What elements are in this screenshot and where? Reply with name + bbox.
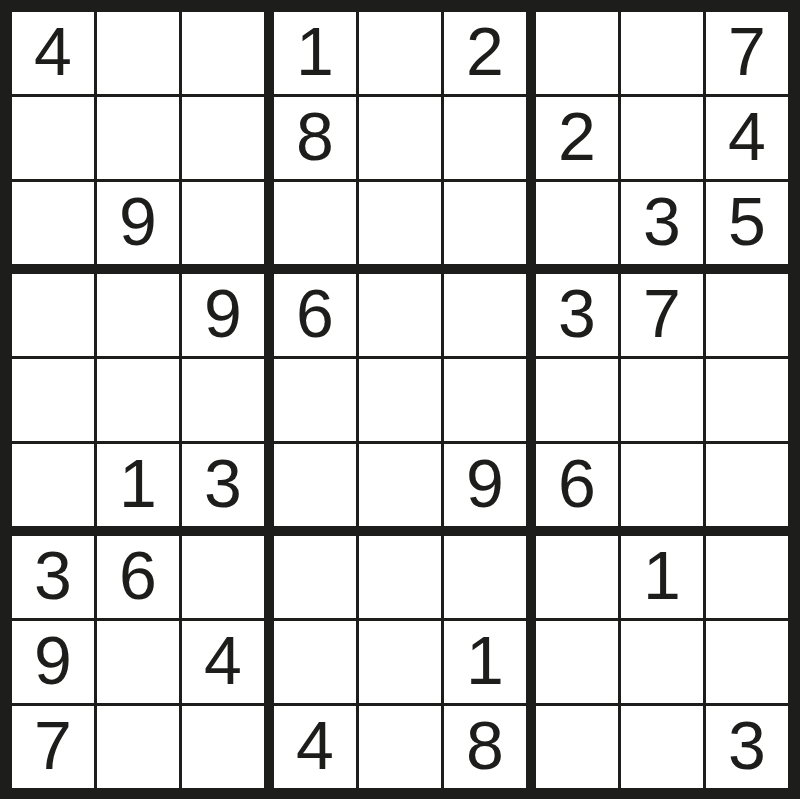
- sudoku-cell-r2c6[interactable]: [444, 97, 526, 179]
- given-digit: 7: [643, 279, 681, 347]
- sudoku-cell-r3c2[interactable]: 9: [97, 182, 179, 264]
- sudoku-cell-r6c8[interactable]: [621, 444, 703, 526]
- given-digit: 1: [119, 449, 157, 517]
- given-digit: 7: [728, 17, 766, 85]
- sudoku-cell-r7c4[interactable]: [274, 536, 356, 618]
- sudoku-cell-r2c1[interactable]: [12, 97, 94, 179]
- sudoku-cell-r5c2[interactable]: [97, 359, 179, 441]
- sudoku-cell-r9c3[interactable]: [182, 706, 264, 788]
- given-digit: 3: [34, 541, 72, 609]
- sudoku-cell-r9c9[interactable]: 3: [706, 706, 788, 788]
- given-digit: 4: [296, 711, 334, 779]
- given-digit: 2: [558, 102, 596, 170]
- sudoku-cell-r6c2[interactable]: 1: [97, 444, 179, 526]
- sudoku-cell-r4c3[interactable]: 9: [182, 274, 264, 356]
- sudoku-block-2-1: 913: [12, 274, 264, 526]
- sudoku-cell-r1c6[interactable]: 2: [444, 12, 526, 94]
- sudoku-cell-r2c2[interactable]: [97, 97, 179, 179]
- sudoku-cell-r5c7[interactable]: [536, 359, 618, 441]
- sudoku-cell-r2c5[interactable]: [359, 97, 441, 179]
- given-digit: 4: [34, 17, 72, 85]
- sudoku-block-1-3: 72435: [536, 12, 788, 264]
- sudoku-cell-r8c3[interactable]: 4: [182, 621, 264, 703]
- sudoku-cell-r4c7[interactable]: 3: [536, 274, 618, 356]
- sudoku-cell-r4c5[interactable]: [359, 274, 441, 356]
- given-digit: 9: [34, 626, 72, 694]
- sudoku-block-3-3: 13: [536, 536, 788, 788]
- sudoku-cell-r9c8[interactable]: [621, 706, 703, 788]
- given-digit: 1: [643, 541, 681, 609]
- given-digit: 3: [204, 449, 242, 517]
- sudoku-cell-r2c3[interactable]: [182, 97, 264, 179]
- given-digit: 8: [296, 102, 334, 170]
- sudoku-cell-r8c7[interactable]: [536, 621, 618, 703]
- sudoku-cell-r4c4[interactable]: 6: [274, 274, 356, 356]
- sudoku-cell-r9c2[interactable]: [97, 706, 179, 788]
- sudoku-cell-r3c9[interactable]: 5: [706, 182, 788, 264]
- sudoku-cell-r5c3[interactable]: [182, 359, 264, 441]
- sudoku-block-2-3: 376: [536, 274, 788, 526]
- sudoku-cell-r8c2[interactable]: [97, 621, 179, 703]
- sudoku-cell-r2c7[interactable]: 2: [536, 97, 618, 179]
- sudoku-cell-r2c4[interactable]: 8: [274, 97, 356, 179]
- sudoku-cell-r6c7[interactable]: 6: [536, 444, 618, 526]
- sudoku-cell-r6c3[interactable]: 3: [182, 444, 264, 526]
- given-digit: 9: [466, 449, 504, 517]
- given-digit: 3: [643, 187, 681, 255]
- sudoku-cell-r5c6[interactable]: [444, 359, 526, 441]
- given-digit: 6: [296, 279, 334, 347]
- sudoku-cell-r9c7[interactable]: [536, 706, 618, 788]
- sudoku-cell-r3c3[interactable]: [182, 182, 264, 264]
- sudoku-cell-r8c9[interactable]: [706, 621, 788, 703]
- sudoku-cell-r4c9[interactable]: [706, 274, 788, 356]
- sudoku-cell-r7c3[interactable]: [182, 536, 264, 618]
- given-digit: 8: [466, 711, 504, 779]
- sudoku-cell-r3c7[interactable]: [536, 182, 618, 264]
- sudoku-cell-r6c9[interactable]: [706, 444, 788, 526]
- sudoku-cell-r9c6[interactable]: 8: [444, 706, 526, 788]
- given-digit: 4: [204, 626, 242, 694]
- sudoku-block-3-1: 36947: [12, 536, 264, 788]
- sudoku-cell-r3c6[interactable]: [444, 182, 526, 264]
- given-digit: 3: [728, 711, 766, 779]
- sudoku-cell-r2c8[interactable]: [621, 97, 703, 179]
- sudoku-cell-r1c8[interactable]: [621, 12, 703, 94]
- given-digit: 9: [119, 187, 157, 255]
- sudoku-cell-r5c5[interactable]: [359, 359, 441, 441]
- given-digit: 1: [296, 17, 334, 85]
- given-digit: 7: [34, 711, 72, 779]
- sudoku-block-2-2: 69: [274, 274, 526, 526]
- sudoku-cell-r1c2[interactable]: [97, 12, 179, 94]
- sudoku-cell-r4c6[interactable]: [444, 274, 526, 356]
- given-digit: 6: [558, 449, 596, 517]
- sudoku-cell-r8c5[interactable]: [359, 621, 441, 703]
- sudoku-cell-r4c8[interactable]: 7: [621, 274, 703, 356]
- sudoku-cell-r9c4[interactable]: 4: [274, 706, 356, 788]
- sudoku-block-1-2: 128: [274, 12, 526, 264]
- sudoku-cell-r4c2[interactable]: [97, 274, 179, 356]
- sudoku-cell-r9c5[interactable]: [359, 706, 441, 788]
- sudoku-cell-r7c2[interactable]: 6: [97, 536, 179, 618]
- sudoku-cell-r6c1[interactable]: [12, 444, 94, 526]
- sudoku-cell-r7c6[interactable]: [444, 536, 526, 618]
- sudoku-cell-r7c5[interactable]: [359, 536, 441, 618]
- sudoku-cell-r6c5[interactable]: [359, 444, 441, 526]
- given-digit: 9: [204, 279, 242, 347]
- sudoku-cell-r1c4[interactable]: 1: [274, 12, 356, 94]
- sudoku-cell-r9c1[interactable]: 7: [12, 706, 94, 788]
- sudoku-cell-r8c4[interactable]: [274, 621, 356, 703]
- sudoku-cell-r7c9[interactable]: [706, 536, 788, 618]
- sudoku-cell-r1c3[interactable]: [182, 12, 264, 94]
- sudoku-cell-r1c7[interactable]: [536, 12, 618, 94]
- sudoku-cell-r3c4[interactable]: [274, 182, 356, 264]
- sudoku-cell-r3c5[interactable]: [359, 182, 441, 264]
- sudoku-block-3-2: 148: [274, 536, 526, 788]
- sudoku-cell-r1c9[interactable]: 7: [706, 12, 788, 94]
- sudoku-cell-r3c1[interactable]: [12, 182, 94, 264]
- sudoku-cell-r6c6[interactable]: 9: [444, 444, 526, 526]
- given-digit: 5: [728, 187, 766, 255]
- sudoku-cell-r8c8[interactable]: [621, 621, 703, 703]
- sudoku-board: 4912872435913693763694714813: [0, 0, 800, 799]
- sudoku-cell-r1c1[interactable]: 4: [12, 12, 94, 94]
- sudoku-cell-r1c5[interactable]: [359, 12, 441, 94]
- sudoku-cell-r7c8[interactable]: 1: [621, 536, 703, 618]
- sudoku-cell-r2c9[interactable]: 4: [706, 97, 788, 179]
- given-digit: 2: [466, 17, 504, 85]
- sudoku-cell-r7c7[interactable]: [536, 536, 618, 618]
- sudoku-cell-r5c1[interactable]: [12, 359, 94, 441]
- sudoku-cell-r6c4[interactable]: [274, 444, 356, 526]
- sudoku-cell-r8c1[interactable]: 9: [12, 621, 94, 703]
- sudoku-cell-r5c8[interactable]: [621, 359, 703, 441]
- sudoku-cell-r4c1[interactable]: [12, 274, 94, 356]
- sudoku-block-1-1: 49: [12, 12, 264, 264]
- sudoku-cell-r5c4[interactable]: [274, 359, 356, 441]
- sudoku-cell-r5c9[interactable]: [706, 359, 788, 441]
- sudoku-cell-r7c1[interactable]: 3: [12, 536, 94, 618]
- given-digit: 4: [728, 102, 766, 170]
- given-digit: 3: [558, 279, 596, 347]
- given-digit: 6: [119, 541, 157, 609]
- sudoku-cell-r3c8[interactable]: 3: [621, 182, 703, 264]
- given-digit: 1: [466, 626, 504, 694]
- sudoku-cell-r8c6[interactable]: 1: [444, 621, 526, 703]
